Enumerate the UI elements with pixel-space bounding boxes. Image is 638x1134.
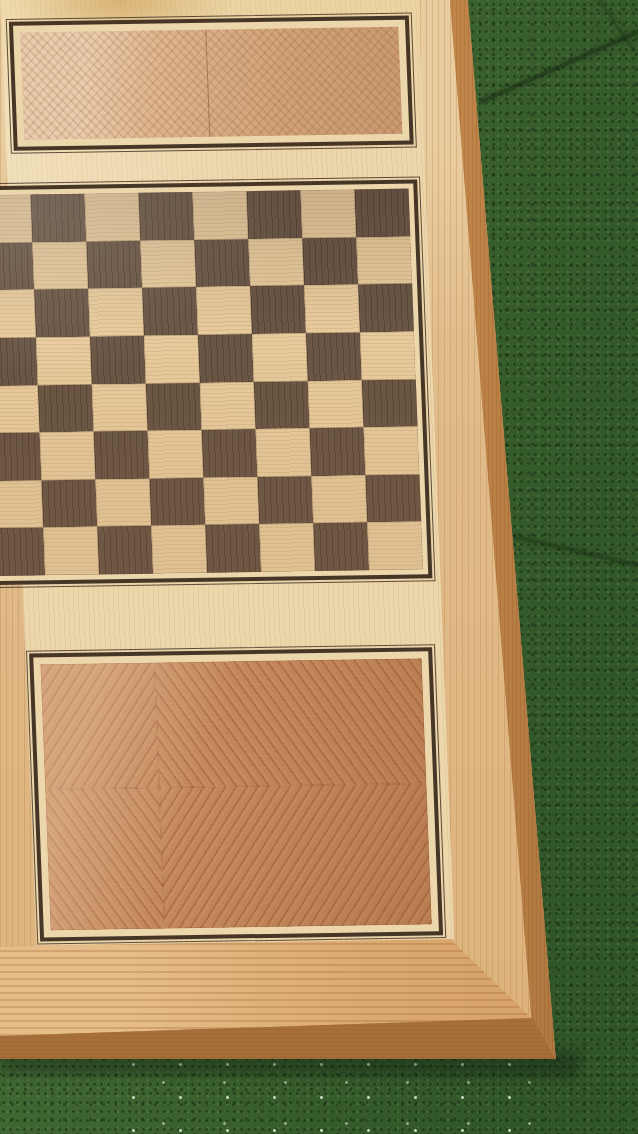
board-square: [198, 334, 254, 382]
board-square: [365, 474, 421, 522]
board-square: [248, 238, 304, 286]
board-square: [0, 195, 32, 243]
board-square: [0, 337, 38, 385]
table-top-surface: [0, 0, 454, 946]
board-square: [358, 284, 414, 332]
board-square: [151, 525, 207, 573]
board-square: [356, 236, 412, 284]
bottom-inlay-panel: [29, 647, 443, 941]
board-square: [367, 522, 423, 570]
board-square: [200, 382, 256, 430]
veneer-leaf: [41, 663, 160, 790]
board-square: [259, 524, 315, 572]
board-square: [140, 240, 196, 288]
board-square: [252, 333, 308, 381]
board-square: [300, 189, 356, 237]
board-square: [364, 427, 420, 475]
board-square: [34, 289, 90, 337]
top-panel-veneer: [20, 27, 402, 140]
top-inlay-panel: [9, 16, 414, 151]
chessboard: [0, 179, 432, 585]
board-square: [250, 286, 306, 334]
board-square: [149, 478, 205, 526]
board-square: [144, 335, 200, 383]
photo-canvas: [0, 0, 638, 1134]
veneer-leaf: [155, 658, 426, 787]
board-square: [362, 379, 418, 427]
board-square: [0, 242, 34, 290]
board-square: [306, 332, 362, 380]
board-square: [0, 385, 40, 433]
board-square: [257, 476, 313, 524]
board-square: [90, 336, 146, 384]
board-square: [0, 290, 36, 338]
board-square: [256, 428, 312, 476]
board-square: [194, 239, 250, 287]
board-square: [254, 381, 310, 429]
board-square: [97, 526, 153, 574]
board-square: [196, 286, 252, 334]
veneer-leaf: [160, 783, 432, 928]
board-square: [38, 384, 94, 432]
board-square: [41, 479, 97, 527]
board-square: [36, 337, 92, 385]
board-square: [0, 528, 45, 576]
board-square: [32, 241, 88, 289]
chessboard-grid: [0, 189, 423, 577]
board-square: [246, 190, 302, 238]
board-square: [313, 523, 369, 571]
board-square: [88, 288, 144, 336]
board-square: [302, 237, 358, 285]
board-square: [40, 432, 96, 480]
board-square: [0, 480, 43, 528]
board-square: [202, 429, 258, 477]
board-square: [95, 478, 151, 526]
board-square: [192, 191, 248, 239]
board-square: [304, 285, 360, 333]
board-square: [30, 194, 86, 242]
board-square: [0, 433, 41, 481]
board-square: [311, 475, 367, 523]
board-square: [360, 331, 416, 379]
board-square: [308, 380, 364, 428]
board-square: [205, 524, 261, 572]
board-square: [310, 427, 366, 475]
board-square: [148, 430, 204, 478]
board-square: [94, 431, 150, 479]
board-square: [203, 477, 259, 525]
board-square: [43, 527, 99, 575]
board-square: [354, 189, 410, 237]
veneer-leaf: [45, 788, 165, 931]
board-square: [86, 240, 142, 288]
board-square: [138, 192, 194, 240]
board-square: [84, 193, 140, 241]
board-square: [142, 287, 198, 335]
board-square: [146, 382, 202, 430]
board-square: [92, 383, 148, 431]
bottom-panel-veneer: [41, 658, 432, 930]
